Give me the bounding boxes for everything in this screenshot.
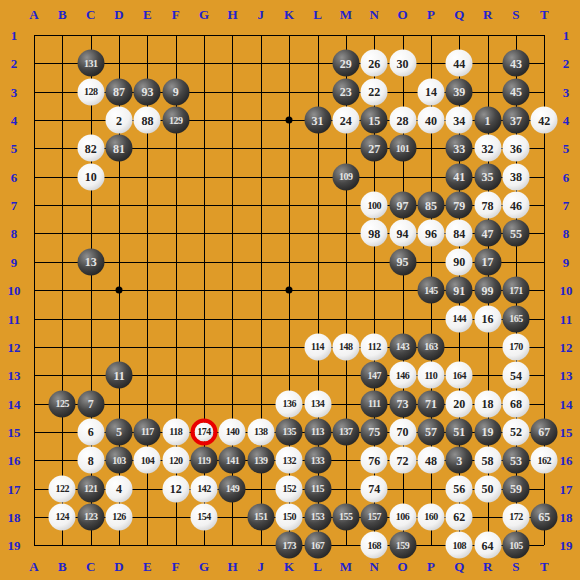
move-number: 9 [173, 86, 179, 98]
stone-R17[interactable]: 50 [474, 475, 501, 502]
stone-S10[interactable]: 171 [502, 277, 529, 304]
stone-B17[interactable]: 122 [49, 475, 76, 502]
move-number: 75 [368, 426, 380, 438]
row-label-right-5: 5 [563, 142, 570, 155]
move-number: 154 [197, 512, 211, 522]
row-label-left-8: 8 [11, 227, 18, 240]
move-number: 162 [538, 455, 552, 465]
stone-Q10[interactable]: 91 [446, 277, 473, 304]
move-number: 57 [425, 426, 437, 438]
move-number: 47 [482, 227, 494, 239]
stone-K14[interactable]: 136 [276, 390, 303, 417]
column-label-bottom-Q: Q [454, 560, 464, 573]
stone-F3[interactable]: 9 [162, 78, 189, 105]
stone-R19[interactable]: 64 [474, 532, 501, 559]
stone-G17[interactable]: 142 [191, 475, 218, 502]
stone-M18[interactable]: 155 [332, 503, 359, 530]
move-number: 70 [397, 426, 409, 438]
stone-L17[interactable]: 115 [304, 475, 331, 502]
stone-O18[interactable]: 106 [389, 503, 416, 530]
stone-P10[interactable]: 145 [417, 277, 444, 304]
stone-P8[interactable]: 96 [417, 220, 444, 247]
stone-J16[interactable]: 139 [247, 447, 274, 474]
move-number: 131 [84, 58, 98, 68]
stone-D18[interactable]: 126 [106, 503, 133, 530]
move-number: 95 [397, 256, 409, 268]
stone-L14[interactable]: 134 [304, 390, 331, 417]
move-number: 34 [453, 114, 465, 126]
column-label-bottom-S: S [512, 560, 519, 573]
stone-Q4[interactable]: 34 [446, 107, 473, 134]
move-number: 113 [311, 427, 324, 437]
stone-O15[interactable]: 70 [389, 418, 416, 445]
stone-N17[interactable]: 74 [361, 475, 388, 502]
move-number: 36 [510, 142, 522, 154]
move-number: 11 [113, 369, 124, 381]
column-label-bottom-F: F [172, 560, 180, 573]
move-number: 71 [425, 398, 437, 410]
stone-L18[interactable]: 153 [304, 503, 331, 530]
stone-E16[interactable]: 104 [134, 447, 161, 474]
stone-C17[interactable]: 121 [77, 475, 104, 502]
stone-T16[interactable]: 162 [531, 447, 558, 474]
stone-N15[interactable]: 75 [361, 418, 388, 445]
stone-J15[interactable]: 138 [247, 418, 274, 445]
move-number: 90 [453, 256, 465, 268]
stone-E15[interactable]: 117 [134, 418, 161, 445]
move-number: 128 [84, 87, 98, 97]
move-number: 44 [453, 57, 465, 69]
move-number: 72 [397, 454, 409, 466]
stone-R4[interactable]: 1 [474, 107, 501, 134]
move-number: 84 [453, 227, 465, 239]
move-number: 65 [538, 511, 550, 523]
stone-S5[interactable]: 36 [502, 135, 529, 162]
row-label-right-13: 13 [560, 369, 573, 382]
stone-H15[interactable]: 140 [219, 418, 246, 445]
stone-Q3[interactable]: 39 [446, 78, 473, 105]
stone-N13[interactable]: 147 [361, 362, 388, 389]
column-label-bottom-E: E [143, 560, 152, 573]
stone-R14[interactable]: 18 [474, 390, 501, 417]
stone-N19[interactable]: 168 [361, 532, 388, 559]
stone-H17[interactable]: 149 [219, 475, 246, 502]
move-number: 51 [453, 426, 465, 438]
stone-S14[interactable]: 68 [502, 390, 529, 417]
stone-L19[interactable]: 167 [304, 532, 331, 559]
stone-K15[interactable]: 135 [276, 418, 303, 445]
move-number: 48 [425, 454, 437, 466]
move-number: 52 [510, 426, 522, 438]
move-number: 5 [116, 426, 122, 438]
stone-Q18[interactable]: 62 [446, 503, 473, 530]
move-number: 146 [396, 370, 410, 380]
row-label-right-2: 2 [563, 57, 570, 70]
move-number: 64 [482, 539, 494, 551]
stone-R8[interactable]: 47 [474, 220, 501, 247]
move-number: 29 [340, 57, 352, 69]
stone-K16[interactable]: 132 [276, 447, 303, 474]
move-number: 171 [509, 285, 523, 295]
stone-F15[interactable]: 118 [162, 418, 189, 445]
stone-C6[interactable]: 10 [77, 163, 104, 190]
stone-S12[interactable]: 170 [502, 333, 529, 360]
stone-C5[interactable]: 82 [77, 135, 104, 162]
stone-F17[interactable]: 12 [162, 475, 189, 502]
move-number: 147 [367, 370, 381, 380]
stone-O19[interactable]: 159 [389, 532, 416, 559]
stone-O2[interactable]: 30 [389, 50, 416, 77]
stone-M15[interactable]: 137 [332, 418, 359, 445]
stone-L16[interactable]: 133 [304, 447, 331, 474]
star-point-K10 [286, 287, 293, 294]
row-label-left-17: 17 [8, 482, 21, 495]
stone-Q2[interactable]: 44 [446, 50, 473, 77]
stone-M2[interactable]: 29 [332, 50, 359, 77]
stone-G16[interactable]: 119 [191, 447, 218, 474]
move-number: 163 [424, 342, 438, 352]
stone-P16[interactable]: 48 [417, 447, 444, 474]
stone-K18[interactable]: 150 [276, 503, 303, 530]
move-number: 170 [509, 342, 523, 352]
stone-C16[interactable]: 8 [77, 447, 104, 474]
move-number: 139 [254, 455, 268, 465]
row-label-right-1: 1 [563, 29, 570, 42]
move-number: 50 [482, 483, 494, 495]
stone-B18[interactable]: 124 [49, 503, 76, 530]
move-number: 106 [396, 512, 410, 522]
move-number: 172 [509, 512, 523, 522]
column-label-bottom-D: D [114, 560, 123, 573]
move-number: 85 [425, 199, 437, 211]
move-number: 53 [510, 454, 522, 466]
stone-Q13[interactable]: 164 [446, 362, 473, 389]
stone-R5[interactable]: 32 [474, 135, 501, 162]
move-number: 138 [254, 427, 268, 437]
stone-K17[interactable]: 152 [276, 475, 303, 502]
column-label-top-F: F [172, 8, 180, 21]
move-number: 124 [56, 512, 70, 522]
stone-S3[interactable]: 45 [502, 78, 529, 105]
stone-Q17[interactable]: 56 [446, 475, 473, 502]
move-number: 18 [482, 398, 494, 410]
move-number: 54 [510, 369, 522, 381]
stone-N16[interactable]: 76 [361, 447, 388, 474]
column-label-bottom-G: G [199, 560, 209, 573]
row-label-left-16: 16 [8, 454, 21, 467]
stone-P18[interactable]: 160 [417, 503, 444, 530]
stone-Q19[interactable]: 108 [446, 532, 473, 559]
stone-R10[interactable]: 99 [474, 277, 501, 304]
row-label-right-14: 14 [560, 397, 573, 410]
stone-Q11[interactable]: 144 [446, 305, 473, 332]
stone-D15[interactable]: 5 [106, 418, 133, 445]
stone-D13[interactable]: 11 [106, 362, 133, 389]
column-label-bottom-O: O [397, 560, 407, 573]
row-label-left-2: 2 [11, 57, 18, 70]
move-number: 165 [509, 314, 523, 324]
move-number: 15 [368, 114, 380, 126]
stone-F16[interactable]: 120 [162, 447, 189, 474]
move-number: 2 [116, 114, 122, 126]
move-number: 136 [282, 399, 296, 409]
move-number: 114 [311, 342, 324, 352]
move-number: 74 [368, 483, 380, 495]
move-number: 16 [482, 313, 494, 325]
move-number: 111 [368, 399, 380, 409]
stone-Q6[interactable]: 41 [446, 163, 473, 190]
stone-Q14[interactable]: 20 [446, 390, 473, 417]
move-number: 76 [368, 454, 380, 466]
stone-C3[interactable]: 128 [77, 78, 104, 105]
star-point-D10 [116, 287, 123, 294]
stone-H16[interactable]: 141 [219, 447, 246, 474]
move-number: 120 [169, 455, 183, 465]
stone-N18[interactable]: 157 [361, 503, 388, 530]
stone-T15[interactable]: 67 [531, 418, 558, 445]
move-number: 168 [367, 540, 381, 550]
row-label-right-3: 3 [563, 85, 570, 98]
stone-P4[interactable]: 40 [417, 107, 444, 134]
stone-P15[interactable]: 57 [417, 418, 444, 445]
column-label-top-R: R [483, 8, 492, 21]
move-number: 1 [485, 114, 491, 126]
move-number: 41 [453, 171, 465, 183]
row-label-left-14: 14 [8, 397, 21, 410]
stone-L12[interactable]: 114 [304, 333, 331, 360]
move-number: 8 [88, 454, 94, 466]
column-label-top-G: G [199, 8, 209, 21]
star-point-K4 [286, 117, 293, 124]
stone-C18[interactable]: 123 [77, 503, 104, 530]
move-number: 32 [482, 142, 494, 154]
move-number: 91 [453, 284, 465, 296]
move-number: 100 [367, 200, 381, 210]
stone-S11[interactable]: 165 [502, 305, 529, 332]
column-label-top-L: L [313, 8, 322, 21]
stone-B14[interactable]: 125 [49, 390, 76, 417]
stone-O7[interactable]: 97 [389, 192, 416, 219]
move-number: 167 [311, 540, 325, 550]
stone-N7[interactable]: 100 [361, 192, 388, 219]
move-number: 62 [453, 511, 465, 523]
move-number: 159 [396, 540, 410, 550]
stone-P14[interactable]: 71 [417, 390, 444, 417]
stone-O5[interactable]: 101 [389, 135, 416, 162]
stone-O8[interactable]: 94 [389, 220, 416, 247]
stone-L15[interactable]: 113 [304, 418, 331, 445]
move-number: 144 [453, 314, 467, 324]
row-label-right-17: 17 [560, 482, 573, 495]
column-label-bottom-B: B [58, 560, 67, 573]
column-label-bottom-A: A [29, 560, 38, 573]
move-number: 125 [56, 399, 70, 409]
move-number: 58 [482, 454, 494, 466]
row-label-left-18: 18 [8, 510, 21, 523]
stone-G18[interactable]: 154 [191, 503, 218, 530]
stone-Q16[interactable]: 3 [446, 447, 473, 474]
move-number: 7 [88, 398, 94, 410]
stone-C15[interactable]: 6 [77, 418, 104, 445]
row-label-right-15: 15 [560, 425, 573, 438]
move-number: 24 [340, 114, 352, 126]
stone-R15[interactable]: 19 [474, 418, 501, 445]
move-number: 81 [113, 142, 125, 154]
column-label-top-A: A [29, 8, 38, 21]
stone-N2[interactable]: 26 [361, 50, 388, 77]
stone-S18[interactable]: 172 [502, 503, 529, 530]
stone-S13[interactable]: 54 [502, 362, 529, 389]
stone-C2[interactable]: 131 [77, 50, 104, 77]
stone-G15[interactable]: 174 [191, 418, 218, 445]
column-label-bottom-J: J [258, 560, 265, 573]
stone-P7[interactable]: 85 [417, 192, 444, 219]
column-label-top-E: E [143, 8, 152, 21]
stone-D3[interactable]: 87 [106, 78, 133, 105]
move-number: 129 [169, 115, 183, 125]
stone-O4[interactable]: 28 [389, 107, 416, 134]
row-label-left-3: 3 [11, 85, 18, 98]
column-label-bottom-P: P [427, 560, 435, 573]
stone-D17[interactable]: 4 [106, 475, 133, 502]
move-number: 30 [397, 57, 409, 69]
column-label-top-S: S [512, 8, 519, 21]
stone-S16[interactable]: 53 [502, 447, 529, 474]
stone-M3[interactable]: 23 [332, 78, 359, 105]
move-number: 117 [141, 427, 154, 437]
stone-S6[interactable]: 38 [502, 163, 529, 190]
move-number: 68 [510, 398, 522, 410]
move-number: 145 [424, 285, 438, 295]
row-label-right-7: 7 [563, 199, 570, 212]
stone-N5[interactable]: 27 [361, 135, 388, 162]
stone-R11[interactable]: 16 [474, 305, 501, 332]
stone-N4[interactable]: 15 [361, 107, 388, 134]
move-number: 88 [141, 114, 153, 126]
row-label-right-10: 10 [560, 284, 573, 297]
move-number: 155 [339, 512, 353, 522]
stone-C14[interactable]: 7 [77, 390, 104, 417]
column-label-top-D: D [114, 8, 123, 21]
stone-S4[interactable]: 37 [502, 107, 529, 134]
move-number: 140 [226, 427, 240, 437]
row-label-left-7: 7 [11, 199, 18, 212]
stone-O14[interactable]: 73 [389, 390, 416, 417]
stone-Q9[interactable]: 90 [446, 248, 473, 275]
stone-M4[interactable]: 24 [332, 107, 359, 134]
stone-O12[interactable]: 143 [389, 333, 416, 360]
move-number: 142 [197, 484, 211, 494]
move-number: 118 [169, 427, 182, 437]
stone-P13[interactable]: 110 [417, 362, 444, 389]
row-label-right-12: 12 [560, 340, 573, 353]
stone-R9[interactable]: 17 [474, 248, 501, 275]
stone-R7[interactable]: 78 [474, 192, 501, 219]
stone-P3[interactable]: 14 [417, 78, 444, 105]
stone-M12[interactable]: 148 [332, 333, 359, 360]
stone-R16[interactable]: 58 [474, 447, 501, 474]
move-number: 135 [282, 427, 296, 437]
stone-N3[interactable]: 22 [361, 78, 388, 105]
stone-P12[interactable]: 163 [417, 333, 444, 360]
move-number: 22 [368, 86, 380, 98]
move-number: 45 [510, 86, 522, 98]
move-number: 157 [367, 512, 381, 522]
move-number: 39 [453, 86, 465, 98]
row-label-left-4: 4 [11, 114, 18, 127]
stone-Q7[interactable]: 79 [446, 192, 473, 219]
move-number: 26 [368, 57, 380, 69]
stone-S19[interactable]: 105 [502, 532, 529, 559]
move-number: 93 [141, 86, 153, 98]
stone-O13[interactable]: 146 [389, 362, 416, 389]
move-number: 122 [56, 484, 70, 494]
move-number: 10 [85, 171, 97, 183]
move-number: 121 [84, 484, 98, 494]
stone-F4[interactable]: 129 [162, 107, 189, 134]
stone-S7[interactable]: 46 [502, 192, 529, 219]
move-number: 17 [482, 256, 494, 268]
move-number: 152 [282, 484, 296, 494]
stone-J18[interactable]: 151 [247, 503, 274, 530]
stone-N14[interactable]: 111 [361, 390, 388, 417]
column-label-bottom-L: L [313, 560, 322, 573]
move-number: 20 [453, 398, 465, 410]
move-number: 98 [368, 227, 380, 239]
column-label-bottom-K: K [284, 560, 294, 573]
stone-D5[interactable]: 81 [106, 135, 133, 162]
stone-N8[interactable]: 98 [361, 220, 388, 247]
move-number: 174 [197, 427, 211, 437]
stone-C9[interactable]: 13 [77, 248, 104, 275]
stone-Q5[interactable]: 33 [446, 135, 473, 162]
move-number: 78 [482, 199, 494, 211]
stone-K19[interactable]: 173 [276, 532, 303, 559]
move-number: 59 [510, 483, 522, 495]
stone-S15[interactable]: 52 [502, 418, 529, 445]
stone-M6[interactable]: 109 [332, 163, 359, 190]
stone-S17[interactable]: 59 [502, 475, 529, 502]
stone-L4[interactable]: 31 [304, 107, 331, 134]
stone-R6[interactable]: 35 [474, 163, 501, 190]
move-number: 42 [538, 114, 550, 126]
stone-D16[interactable]: 103 [106, 447, 133, 474]
row-label-left-10: 10 [8, 284, 21, 297]
stone-T18[interactable]: 65 [531, 503, 558, 530]
stone-N12[interactable]: 112 [361, 333, 388, 360]
row-label-left-6: 6 [11, 170, 18, 183]
stone-S2[interactable]: 43 [502, 50, 529, 77]
move-number: 82 [85, 142, 97, 154]
column-label-top-J: J [258, 8, 265, 21]
row-label-left-12: 12 [8, 340, 21, 353]
move-number: 4 [116, 483, 122, 495]
column-label-top-N: N [369, 8, 378, 21]
stone-T4[interactable]: 42 [531, 107, 558, 134]
stone-S8[interactable]: 55 [502, 220, 529, 247]
stone-O16[interactable]: 72 [389, 447, 416, 474]
stone-E3[interactable]: 93 [134, 78, 161, 105]
stone-D4[interactable]: 2 [106, 107, 133, 134]
stone-Q15[interactable]: 51 [446, 418, 473, 445]
stone-Q8[interactable]: 84 [446, 220, 473, 247]
column-label-top-P: P [427, 8, 435, 21]
grid-line-horizontal [34, 347, 544, 348]
move-number: 148 [339, 342, 353, 352]
stone-E4[interactable]: 88 [134, 107, 161, 134]
column-label-bottom-T: T [540, 560, 549, 573]
stone-O9[interactable]: 95 [389, 248, 416, 275]
